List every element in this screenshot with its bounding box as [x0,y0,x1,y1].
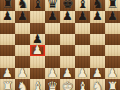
square-b3[interactable] [15,56,30,67]
square-a5[interactable] [0,34,15,45]
square-a2[interactable]: ♟ [0,68,15,79]
square-b4[interactable] [15,45,30,56]
square-c8[interactable]: ♝ [30,0,45,11]
square-f2[interactable]: ♟ [75,68,90,79]
square-f1[interactable]: ♝ [75,79,90,90]
square-a7[interactable]: ♟ [0,11,15,22]
piece-white-queen: ♛ [47,80,59,90]
piece-white-pawn: ♟ [32,45,43,56]
square-b6[interactable] [15,23,30,34]
piece-black-queen: ♛ [47,0,59,9]
square-f3[interactable] [75,56,90,67]
piece-black-king: ♚ [62,0,74,9]
piece-white-rook: ♜ [2,80,14,90]
piece-black-pawn: ♟ [47,11,58,22]
square-c7[interactable] [30,11,45,22]
piece-white-pawn: ♟ [107,67,118,78]
square-b8[interactable]: ♞ [15,0,30,11]
square-h8[interactable]: ♜ [105,0,120,11]
piece-white-rook: ♜ [107,80,119,90]
piece-white-king: ♚ [62,80,74,90]
square-g2[interactable]: ♟ [90,68,105,79]
square-e2[interactable]: ♟ [60,68,75,79]
square-f7[interactable]: ♟ [75,11,90,22]
square-e1[interactable]: ♚ [60,79,75,90]
square-a3[interactable] [0,56,15,67]
square-b5[interactable] [15,34,30,45]
piece-black-pawn: ♟ [17,11,28,22]
square-h7[interactable]: ♟ [105,11,120,22]
square-g6[interactable] [90,23,105,34]
piece-black-knight: ♞ [92,0,104,9]
piece-black-pawn: ♟ [77,11,88,22]
chess-board: ♜♞♝♛♚♝♞♜♟♟♟♟♟♟♟♟♟♟♟♟♟♟♟♟♜♞♝♛♚♝♞♜ [0,0,120,90]
square-e3[interactable] [60,56,75,67]
piece-black-pawn: ♟ [107,11,118,22]
square-f6[interactable] [75,23,90,34]
square-h4[interactable] [105,45,120,56]
piece-black-bishop: ♝ [77,0,89,9]
square-e5[interactable] [60,34,75,45]
square-g1[interactable]: ♞ [90,79,105,90]
square-b2[interactable]: ♟ [15,68,30,79]
square-g7[interactable]: ♟ [90,11,105,22]
square-g3[interactable] [90,56,105,67]
piece-black-knight: ♞ [17,0,29,9]
piece-white-pawn: ♟ [47,67,58,78]
piece-white-pawn: ♟ [62,67,73,78]
square-e7[interactable]: ♟ [60,11,75,22]
square-g8[interactable]: ♞ [90,0,105,11]
square-h2[interactable]: ♟ [105,68,120,79]
piece-white-pawn: ♟ [17,67,28,78]
square-h5[interactable] [105,34,120,45]
square-c5[interactable]: ♟ [30,34,45,45]
square-d7[interactable]: ♟ [45,11,60,22]
piece-black-pawn: ♟ [2,11,13,22]
square-d4[interactable] [45,45,60,56]
square-d3[interactable] [45,56,60,67]
piece-white-knight: ♞ [92,80,104,90]
piece-white-pawn: ♟ [92,67,103,78]
piece-white-knight: ♞ [17,80,29,90]
square-c1[interactable]: ♝ [30,79,45,90]
piece-white-pawn: ♟ [2,67,13,78]
square-c2[interactable] [30,68,45,79]
piece-black-bishop: ♝ [32,0,44,9]
square-e6[interactable] [60,23,75,34]
square-d8[interactable]: ♛ [45,0,60,11]
piece-white-pawn: ♟ [77,67,88,78]
piece-black-pawn: ♟ [62,11,73,22]
square-c3[interactable] [30,56,45,67]
square-g5[interactable] [90,34,105,45]
square-d6[interactable] [45,23,60,34]
square-b1[interactable]: ♞ [15,79,30,90]
square-a1[interactable]: ♜ [0,79,15,90]
square-f8[interactable]: ♝ [75,0,90,11]
square-e8[interactable]: ♚ [60,0,75,11]
piece-black-rook: ♜ [2,0,14,9]
square-a8[interactable]: ♜ [0,0,15,11]
square-e4[interactable] [60,45,75,56]
piece-white-bishop: ♝ [32,80,44,90]
square-c4[interactable]: ♟ [30,45,45,56]
square-a4[interactable] [0,45,15,56]
piece-white-bishop: ♝ [77,80,89,90]
square-f5[interactable] [75,34,90,45]
square-h6[interactable] [105,23,120,34]
square-d5[interactable] [45,34,60,45]
square-b7[interactable]: ♟ [15,11,30,22]
square-a6[interactable] [0,23,15,34]
square-f4[interactable] [75,45,90,56]
piece-black-pawn: ♟ [32,33,43,44]
piece-black-pawn: ♟ [92,11,103,22]
square-d1[interactable]: ♛ [45,79,60,90]
square-c6[interactable] [30,23,45,34]
square-h1[interactable]: ♜ [105,79,120,90]
square-g4[interactable] [90,45,105,56]
square-d2[interactable]: ♟ [45,68,60,79]
square-h3[interactable] [105,56,120,67]
piece-black-rook: ♜ [107,0,119,9]
